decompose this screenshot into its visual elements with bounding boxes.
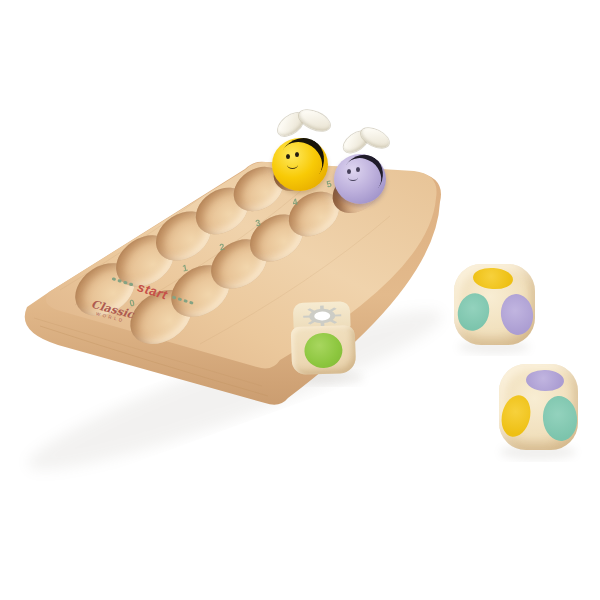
die-dot-green — [304, 332, 343, 368]
die-lower-right[interactable] — [499, 364, 578, 450]
bee-wing-right — [358, 124, 392, 152]
bee-smile — [287, 161, 298, 169]
die-dot-teal-left — [454, 290, 494, 335]
bee-stripe — [333, 147, 392, 207]
start-dot — [117, 279, 121, 283]
start-dot — [172, 295, 176, 299]
die-dot-teal-right — [541, 394, 580, 442]
sun-icon — [301, 304, 342, 327]
die-upper-right[interactable] — [454, 264, 535, 345]
die-dot-yellow-left — [498, 392, 535, 439]
bee-eye — [356, 167, 360, 172]
bee-eye — [286, 154, 290, 159]
die-dot-yellow-top — [472, 267, 513, 291]
start-dot — [178, 297, 182, 301]
product-photo: 0 1 2 3 4 5 start Classic WORLD — [0, 0, 600, 600]
purple-bee-piece[interactable] — [330, 128, 392, 208]
bee-stripe — [269, 129, 333, 195]
die-front-face — [291, 325, 357, 375]
bee-wing-right — [296, 106, 333, 135]
bee-smile — [348, 174, 358, 181]
start-dot — [129, 282, 133, 286]
bee-eye — [295, 152, 299, 157]
start-dot — [111, 277, 115, 281]
start-dot — [183, 299, 187, 303]
die-dot-lavender-top — [526, 369, 565, 391]
die-dot-lavender-right — [499, 292, 536, 337]
start-dot — [123, 280, 127, 284]
yellow-bee-piece[interactable] — [268, 110, 332, 194]
die-front[interactable] — [290, 301, 356, 375]
